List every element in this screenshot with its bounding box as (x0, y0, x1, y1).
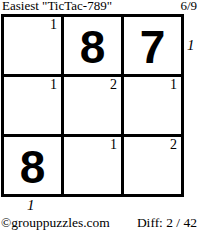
corner-clue: 1 (170, 77, 177, 92)
corner-clue: 1 (50, 77, 57, 92)
cell-r2c1[interactable]: 1 (64, 137, 121, 194)
cell-r0c1[interactable]: 8 (64, 17, 121, 74)
big-number: 7 (140, 24, 166, 70)
cell-r0c2[interactable]: 7 (124, 17, 181, 74)
puzzle-board: 1 8 7 1 2 1 8 1 (1, 14, 184, 197)
puzzle-page: Easiest "TicTac-789" 6/9 1 8 7 1 2 1 (0, 0, 198, 232)
difficulty-text: Diff: 2 / 42 (137, 215, 197, 230)
cell-r1c2[interactable]: 1 (124, 77, 181, 134)
cell-r0c0[interactable]: 1 (4, 17, 61, 74)
copyright-text: ©grouppuzzles.com (1, 215, 110, 230)
progress-counter: 6/9 (180, 0, 197, 13)
cell-r1c0[interactable]: 1 (4, 77, 61, 134)
cell-r2c0[interactable]: 8 (4, 137, 61, 194)
big-number: 8 (80, 24, 106, 70)
cell-r2c2[interactable]: 2 (124, 137, 181, 194)
col-marker-bottom: 1 (27, 198, 35, 213)
corner-clue: 1 (50, 17, 57, 32)
big-number: 8 (20, 144, 46, 190)
header-row: Easiest "TicTac-789" 6/9 (2, 0, 197, 13)
corner-clue: 2 (170, 137, 177, 152)
corner-clue: 1 (110, 137, 117, 152)
row-marker-right: 1 (187, 38, 195, 53)
puzzle-title: Easiest "TicTac-789" (2, 0, 112, 13)
cell-r1c1[interactable]: 2 (64, 77, 121, 134)
corner-clue: 2 (110, 77, 117, 92)
footer-row: ©grouppuzzles.com Diff: 2 / 42 (1, 215, 197, 230)
